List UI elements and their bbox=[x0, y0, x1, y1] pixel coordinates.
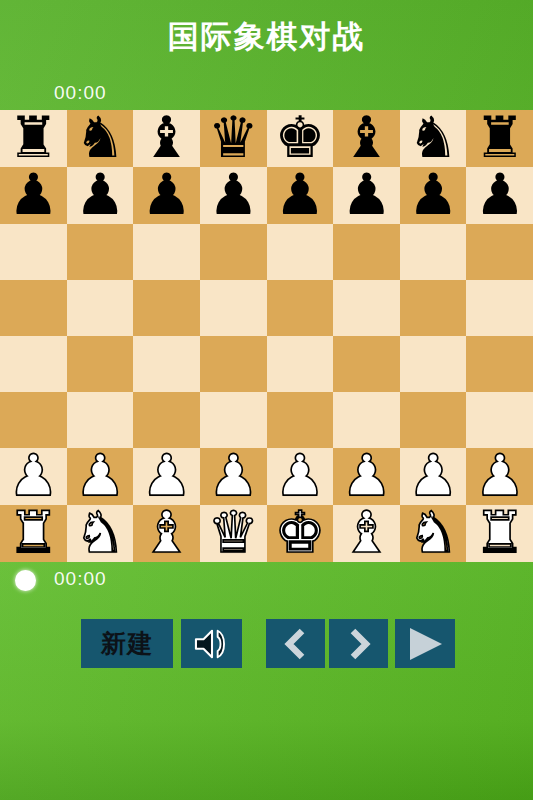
play-button[interactable] bbox=[395, 619, 455, 668]
app-window: 国际象棋对战 00:00 ♜♞♝♛♚♝♞♜♟♟♟♟♟♟♟♟♟♟♟♟♟♟♟♟♜♞♝… bbox=[0, 0, 533, 800]
piece-white-pawn: ♟ bbox=[141, 447, 192, 504]
square-h6[interactable] bbox=[466, 224, 533, 280]
turn-indicator-dot bbox=[15, 570, 36, 591]
square-e4[interactable] bbox=[267, 336, 334, 392]
piece-white-pawn: ♟ bbox=[8, 447, 59, 504]
square-b7[interactable]: ♟ bbox=[67, 167, 134, 224]
square-g1[interactable]: ♞ bbox=[400, 505, 467, 562]
piece-black-pawn: ♟ bbox=[274, 166, 325, 223]
square-h7[interactable]: ♟ bbox=[466, 167, 533, 224]
square-e8[interactable]: ♚ bbox=[267, 110, 334, 167]
square-a3[interactable] bbox=[0, 392, 67, 448]
piece-black-knight: ♞ bbox=[408, 109, 459, 166]
piece-white-bishop: ♝ bbox=[341, 504, 392, 561]
piece-black-king: ♚ bbox=[274, 109, 325, 166]
square-c1[interactable]: ♝ bbox=[133, 505, 200, 562]
square-a7[interactable]: ♟ bbox=[0, 167, 67, 224]
piece-white-pawn: ♟ bbox=[341, 447, 392, 504]
square-f8[interactable]: ♝ bbox=[333, 110, 400, 167]
chevron-left-icon bbox=[280, 626, 312, 662]
square-a6[interactable] bbox=[0, 224, 67, 280]
square-d2[interactable]: ♟ bbox=[200, 448, 267, 505]
square-a4[interactable] bbox=[0, 336, 67, 392]
square-e5[interactable] bbox=[267, 280, 334, 336]
piece-black-rook: ♜ bbox=[474, 109, 525, 166]
square-f1[interactable]: ♝ bbox=[333, 505, 400, 562]
square-d5[interactable] bbox=[200, 280, 267, 336]
square-f6[interactable] bbox=[333, 224, 400, 280]
square-d1[interactable]: ♛ bbox=[200, 505, 267, 562]
piece-white-queen: ♛ bbox=[208, 504, 259, 561]
square-f2[interactable]: ♟ bbox=[333, 448, 400, 505]
prev-move-button[interactable] bbox=[266, 619, 325, 668]
piece-white-rook: ♜ bbox=[474, 504, 525, 561]
piece-black-pawn: ♟ bbox=[74, 166, 125, 223]
square-d6[interactable] bbox=[200, 224, 267, 280]
square-a5[interactable] bbox=[0, 280, 67, 336]
square-c7[interactable]: ♟ bbox=[133, 167, 200, 224]
square-g8[interactable]: ♞ bbox=[400, 110, 467, 167]
square-f5[interactable] bbox=[333, 280, 400, 336]
square-c5[interactable] bbox=[133, 280, 200, 336]
square-d3[interactable] bbox=[200, 392, 267, 448]
square-f3[interactable] bbox=[333, 392, 400, 448]
square-g5[interactable] bbox=[400, 280, 467, 336]
square-g4[interactable] bbox=[400, 336, 467, 392]
square-e6[interactable] bbox=[267, 224, 334, 280]
square-e3[interactable] bbox=[267, 392, 334, 448]
square-a1[interactable]: ♜ bbox=[0, 505, 67, 562]
square-b8[interactable]: ♞ bbox=[67, 110, 134, 167]
piece-black-bishop: ♝ bbox=[141, 109, 192, 166]
square-h1[interactable]: ♜ bbox=[466, 505, 533, 562]
square-d4[interactable] bbox=[200, 336, 267, 392]
piece-white-pawn: ♟ bbox=[74, 447, 125, 504]
black-timer: 00:00 bbox=[54, 82, 107, 104]
piece-white-knight: ♞ bbox=[408, 504, 459, 561]
piece-black-pawn: ♟ bbox=[8, 166, 59, 223]
piece-black-pawn: ♟ bbox=[208, 166, 259, 223]
chevron-right-icon bbox=[343, 626, 375, 662]
speaker-icon bbox=[193, 627, 231, 661]
piece-black-knight: ♞ bbox=[74, 109, 125, 166]
square-h8[interactable]: ♜ bbox=[466, 110, 533, 167]
chess-board: ♜♞♝♛♚♝♞♜♟♟♟♟♟♟♟♟♟♟♟♟♟♟♟♟♜♞♝♛♚♝♞♜ bbox=[0, 110, 533, 562]
square-h5[interactable] bbox=[466, 280, 533, 336]
square-c2[interactable]: ♟ bbox=[133, 448, 200, 505]
piece-black-pawn: ♟ bbox=[341, 166, 392, 223]
square-c6[interactable] bbox=[133, 224, 200, 280]
square-d7[interactable]: ♟ bbox=[200, 167, 267, 224]
square-b6[interactable] bbox=[67, 224, 134, 280]
play-icon bbox=[404, 625, 446, 663]
piece-white-rook: ♜ bbox=[8, 504, 59, 561]
square-a8[interactable]: ♜ bbox=[0, 110, 67, 167]
piece-black-pawn: ♟ bbox=[474, 166, 525, 223]
square-b2[interactable]: ♟ bbox=[67, 448, 134, 505]
square-c4[interactable] bbox=[133, 336, 200, 392]
square-g2[interactable]: ♟ bbox=[400, 448, 467, 505]
square-b3[interactable] bbox=[67, 392, 134, 448]
piece-black-pawn: ♟ bbox=[408, 166, 459, 223]
piece-white-pawn: ♟ bbox=[408, 447, 459, 504]
sound-button[interactable] bbox=[181, 619, 242, 668]
piece-black-queen: ♛ bbox=[208, 109, 259, 166]
square-e7[interactable]: ♟ bbox=[267, 167, 334, 224]
piece-white-pawn: ♟ bbox=[474, 447, 525, 504]
next-move-button[interactable] bbox=[329, 619, 388, 668]
square-c8[interactable]: ♝ bbox=[133, 110, 200, 167]
white-timer: 00:00 bbox=[54, 568, 107, 590]
square-b1[interactable]: ♞ bbox=[67, 505, 134, 562]
square-g6[interactable] bbox=[400, 224, 467, 280]
square-h2[interactable]: ♟ bbox=[466, 448, 533, 505]
new-game-button[interactable]: 新建 bbox=[81, 619, 173, 668]
square-f7[interactable]: ♟ bbox=[333, 167, 400, 224]
piece-white-king: ♚ bbox=[274, 504, 325, 561]
piece-white-knight: ♞ bbox=[74, 504, 125, 561]
piece-white-pawn: ♟ bbox=[208, 447, 259, 504]
square-e1[interactable]: ♚ bbox=[267, 505, 334, 562]
square-a2[interactable]: ♟ bbox=[0, 448, 67, 505]
square-b4[interactable] bbox=[67, 336, 134, 392]
square-g3[interactable] bbox=[400, 392, 467, 448]
piece-black-bishop: ♝ bbox=[341, 109, 392, 166]
square-f4[interactable] bbox=[333, 336, 400, 392]
piece-white-bishop: ♝ bbox=[141, 504, 192, 561]
square-h4[interactable] bbox=[466, 336, 533, 392]
square-h3[interactable] bbox=[466, 392, 533, 448]
square-c3[interactable] bbox=[133, 392, 200, 448]
square-g7[interactable]: ♟ bbox=[400, 167, 467, 224]
page-title: 国际象棋对战 bbox=[0, 16, 533, 58]
square-e2[interactable]: ♟ bbox=[267, 448, 334, 505]
square-d8[interactable]: ♛ bbox=[200, 110, 267, 167]
square-b5[interactable] bbox=[67, 280, 134, 336]
piece-black-rook: ♜ bbox=[8, 109, 59, 166]
piece-white-pawn: ♟ bbox=[274, 447, 325, 504]
piece-black-pawn: ♟ bbox=[141, 166, 192, 223]
